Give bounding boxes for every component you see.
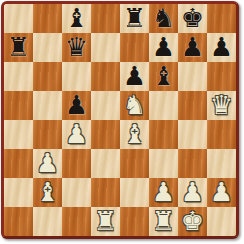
square-f3 xyxy=(149,149,178,178)
square-d6 xyxy=(91,62,120,91)
piece-white-rook: ♜ xyxy=(94,207,117,236)
square-f6: ♝ xyxy=(149,62,178,91)
piece-black-pawn: ♟ xyxy=(152,33,175,62)
square-e3 xyxy=(120,149,149,178)
square-g8: ♚ xyxy=(178,4,207,33)
square-c2 xyxy=(62,178,91,207)
piece-black-pawn: ♟ xyxy=(181,33,204,62)
square-h4 xyxy=(207,120,236,149)
piece-black-pawn: ♟ xyxy=(123,62,146,91)
square-b8 xyxy=(33,4,62,33)
square-d1: ♜ xyxy=(91,207,120,236)
piece-white-rook: ♜ xyxy=(152,207,175,236)
board-border: ♝♜♞♚♜♛♟♟♟♟♝♟♞♛♟♝♟♝♟♟♟♜♜♚ xyxy=(1,1,239,239)
square-a1 xyxy=(4,207,33,236)
square-f5 xyxy=(149,91,178,120)
square-h3 xyxy=(207,149,236,178)
piece-black-king: ♚ xyxy=(181,4,204,33)
piece-white-pawn: ♟ xyxy=(152,178,175,207)
square-f4 xyxy=(149,120,178,149)
square-c3 xyxy=(62,149,91,178)
square-g6 xyxy=(178,62,207,91)
piece-black-queen: ♛ xyxy=(65,33,88,62)
square-h5: ♛ xyxy=(207,91,236,120)
square-g1: ♚ xyxy=(178,207,207,236)
square-e5: ♞ xyxy=(120,91,149,120)
piece-white-bishop: ♝ xyxy=(36,178,59,207)
piece-white-knight: ♞ xyxy=(123,91,146,120)
square-c7: ♛ xyxy=(62,33,91,62)
square-a7: ♜ xyxy=(4,33,33,62)
piece-black-rook: ♜ xyxy=(123,4,146,33)
diagram-photo-frame: ♝♜♞♚♜♛♟♟♟♟♝♟♞♛♟♝♟♝♟♟♟♜♜♚ xyxy=(0,0,244,244)
square-c5: ♟ xyxy=(62,91,91,120)
square-g4 xyxy=(178,120,207,149)
square-b4 xyxy=(33,120,62,149)
square-d4 xyxy=(91,120,120,149)
piece-black-bishop: ♝ xyxy=(65,4,88,33)
square-b6 xyxy=(33,62,62,91)
square-g5 xyxy=(178,91,207,120)
square-b2: ♝ xyxy=(33,178,62,207)
square-e6: ♟ xyxy=(120,62,149,91)
square-b7 xyxy=(33,33,62,62)
piece-white-pawn: ♟ xyxy=(65,120,88,149)
square-e8: ♜ xyxy=(120,4,149,33)
square-a2 xyxy=(4,178,33,207)
square-h7: ♟ xyxy=(207,33,236,62)
square-a8 xyxy=(4,4,33,33)
square-g3 xyxy=(178,149,207,178)
square-g7: ♟ xyxy=(178,33,207,62)
square-d3 xyxy=(91,149,120,178)
square-d5 xyxy=(91,91,120,120)
piece-white-pawn: ♟ xyxy=(181,178,204,207)
square-c8: ♝ xyxy=(62,4,91,33)
square-b3: ♟ xyxy=(33,149,62,178)
square-e1 xyxy=(120,207,149,236)
piece-white-pawn: ♟ xyxy=(210,178,233,207)
chess-board: ♝♜♞♚♜♛♟♟♟♟♝♟♞♛♟♝♟♝♟♟♟♜♜♚ xyxy=(4,4,236,236)
piece-white-king: ♚ xyxy=(181,207,204,236)
square-d8 xyxy=(91,4,120,33)
square-b1 xyxy=(33,207,62,236)
square-a6 xyxy=(4,62,33,91)
piece-white-bishop: ♝ xyxy=(123,120,146,149)
square-h1 xyxy=(207,207,236,236)
square-e4: ♝ xyxy=(120,120,149,149)
piece-black-pawn: ♟ xyxy=(65,91,88,120)
square-c1 xyxy=(62,207,91,236)
square-a4 xyxy=(4,120,33,149)
square-a5 xyxy=(4,91,33,120)
square-e2 xyxy=(120,178,149,207)
piece-black-bishop: ♝ xyxy=(152,62,175,91)
square-f2: ♟ xyxy=(149,178,178,207)
square-f8: ♞ xyxy=(149,4,178,33)
piece-white-pawn: ♟ xyxy=(36,149,59,178)
piece-white-queen: ♛ xyxy=(210,91,233,120)
square-h6 xyxy=(207,62,236,91)
square-d7 xyxy=(91,33,120,62)
square-g2: ♟ xyxy=(178,178,207,207)
piece-black-rook: ♜ xyxy=(7,33,30,62)
square-h8 xyxy=(207,4,236,33)
square-d2 xyxy=(91,178,120,207)
square-f7: ♟ xyxy=(149,33,178,62)
piece-black-knight: ♞ xyxy=(152,4,175,33)
square-c6 xyxy=(62,62,91,91)
square-c4: ♟ xyxy=(62,120,91,149)
square-a3 xyxy=(4,149,33,178)
square-e7 xyxy=(120,33,149,62)
square-h2: ♟ xyxy=(207,178,236,207)
piece-black-pawn: ♟ xyxy=(210,33,233,62)
square-f1: ♜ xyxy=(149,207,178,236)
square-b5 xyxy=(33,91,62,120)
